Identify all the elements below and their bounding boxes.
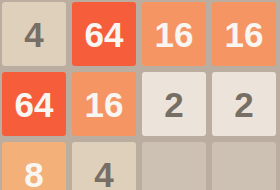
- tile-2: 2: [142, 72, 206, 136]
- empty-cell: [142, 142, 206, 190]
- empty-cell: [212, 142, 276, 190]
- tile-64: 64: [2, 72, 66, 136]
- tile-2: 2: [212, 72, 276, 136]
- tile-16: 16: [212, 2, 276, 66]
- tile-4: 4: [72, 142, 136, 190]
- tile-8: 8: [2, 142, 66, 190]
- tile-16: 16: [72, 72, 136, 136]
- board-2048[interactable]: 464161664162284: [0, 0, 280, 190]
- tile-16: 16: [142, 2, 206, 66]
- tile-4: 4: [2, 2, 66, 66]
- tile-64: 64: [72, 2, 136, 66]
